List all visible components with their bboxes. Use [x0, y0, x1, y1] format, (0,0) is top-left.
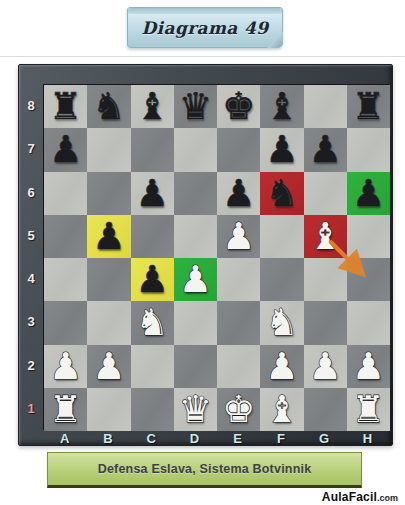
- black-pawn-c4: ♟: [131, 258, 174, 301]
- square-f1: ♝: [260, 388, 303, 431]
- white-pawn-g2: ♟: [304, 345, 347, 388]
- square-f2: ♟: [260, 345, 303, 388]
- caption-text: Defensa Eslava, Sistema Botvinnik: [98, 462, 312, 476]
- square-h3: [347, 301, 390, 344]
- black-pawn-f7: ♟: [260, 128, 303, 171]
- square-g2: ♟: [304, 345, 347, 388]
- black-pawn-b5: ♟: [87, 215, 130, 258]
- white-pawn-f2: ♟: [260, 345, 303, 388]
- file-labels: ABCDEFGH: [43, 430, 389, 447]
- white-pawn-a2: ♟: [44, 345, 87, 388]
- square-c7: [131, 128, 174, 171]
- square-h1: ♜: [347, 388, 390, 431]
- square-a7: ♟: [44, 128, 87, 171]
- diagram-title-banner: Diagrama 49: [127, 7, 283, 48]
- square-d6: [174, 172, 217, 215]
- square-b4: [87, 258, 130, 301]
- square-a8: ♜: [44, 85, 87, 128]
- black-knight-f6: ♞: [260, 172, 303, 215]
- watermark-name: AulaFacil: [322, 490, 377, 504]
- rank-label-3: 3: [19, 300, 43, 343]
- header-divider: [0, 56, 405, 57]
- black-rook-h8: ♜: [347, 85, 390, 128]
- square-b7: [87, 128, 130, 171]
- square-h5: [347, 215, 390, 258]
- square-g4: [304, 258, 347, 301]
- square-f5: [260, 215, 303, 258]
- rank-label-1: 1: [19, 387, 43, 430]
- square-a5: [44, 215, 87, 258]
- square-e4: [217, 258, 260, 301]
- rank-label-4: 4: [19, 257, 43, 300]
- black-bishop-f8: ♝: [260, 85, 303, 128]
- file-label-b: B: [86, 430, 129, 447]
- square-h2: ♟: [347, 345, 390, 388]
- square-b8: ♞: [87, 85, 130, 128]
- square-c6: ♟: [131, 172, 174, 215]
- white-bishop-f1: ♝: [260, 388, 303, 431]
- file-label-d: D: [173, 430, 216, 447]
- white-pawn-h2: ♟: [347, 345, 390, 388]
- square-c1: [131, 388, 174, 431]
- white-bishop-g5: ♝: [304, 215, 347, 258]
- square-a1: ♜: [44, 388, 87, 431]
- black-queen-d8: ♛: [174, 85, 217, 128]
- square-e1: ♚: [217, 388, 260, 431]
- square-d3: [174, 301, 217, 344]
- white-queen-d1: ♛: [174, 388, 217, 431]
- black-pawn-e6: ♟: [217, 172, 260, 215]
- square-g7: ♟: [304, 128, 347, 171]
- file-label-h: H: [346, 430, 389, 447]
- square-d4: ♟: [174, 258, 217, 301]
- white-pawn-d4: ♟: [174, 258, 217, 301]
- square-h7: [347, 128, 390, 171]
- white-knight-f3: ♞: [260, 301, 303, 344]
- black-pawn-g7: ♟: [304, 128, 347, 171]
- black-king-e8: ♚: [217, 85, 260, 128]
- rank-labels: 87654321: [19, 84, 43, 430]
- square-c2: [131, 345, 174, 388]
- page-curl-icon: [267, 32, 283, 48]
- caption-banner: Defensa Eslava, Sistema Botvinnik: [47, 452, 362, 488]
- square-g6: [304, 172, 347, 215]
- square-h4: [347, 258, 390, 301]
- square-g3: [304, 301, 347, 344]
- chess-board-frame: 87654321 ♜♞♝♛♚♝♜♟♟♟♟♟♞♟♟♟♝♟♟♞♞♟♟♟♟♟♜♛♚♝♜…: [18, 64, 393, 446]
- square-f7: ♟: [260, 128, 303, 171]
- square-c3: ♞: [131, 301, 174, 344]
- white-pawn-e5: ♟: [217, 215, 260, 258]
- square-b1: [87, 388, 130, 431]
- rank-label-2: 2: [19, 344, 43, 387]
- square-b6: [87, 172, 130, 215]
- square-e2: [217, 345, 260, 388]
- square-d8: ♛: [174, 85, 217, 128]
- square-a3: [44, 301, 87, 344]
- square-d1: ♛: [174, 388, 217, 431]
- square-b2: ♟: [87, 345, 130, 388]
- rank-label-8: 8: [19, 84, 43, 127]
- black-knight-b8: ♞: [87, 85, 130, 128]
- square-g5: ♝: [304, 215, 347, 258]
- square-a4: [44, 258, 87, 301]
- white-knight-c3: ♞: [131, 301, 174, 344]
- square-f4: [260, 258, 303, 301]
- file-label-c: C: [130, 430, 173, 447]
- square-g8: [304, 85, 347, 128]
- square-b5: ♟: [87, 215, 130, 258]
- square-h6: ♟: [347, 172, 390, 215]
- square-c4: ♟: [131, 258, 174, 301]
- square-c5: [131, 215, 174, 258]
- white-pawn-b2: ♟: [87, 345, 130, 388]
- rank-label-7: 7: [19, 127, 43, 170]
- square-g1: [304, 388, 347, 431]
- file-label-a: A: [43, 430, 86, 447]
- black-pawn-a7: ♟: [44, 128, 87, 171]
- white-rook-a1: ♜: [44, 388, 87, 431]
- square-a6: [44, 172, 87, 215]
- square-b3: [87, 301, 130, 344]
- square-e5: ♟: [217, 215, 260, 258]
- square-e8: ♚: [217, 85, 260, 128]
- black-pawn-c6: ♟: [131, 172, 174, 215]
- square-d5: [174, 215, 217, 258]
- square-f3: ♞: [260, 301, 303, 344]
- square-f6: ♞: [260, 172, 303, 215]
- black-rook-a8: ♜: [44, 85, 87, 128]
- square-e6: ♟: [217, 172, 260, 215]
- square-e3: [217, 301, 260, 344]
- square-e7: [217, 128, 260, 171]
- site-watermark: AulaFacil.com: [322, 487, 398, 505]
- square-d7: [174, 128, 217, 171]
- white-rook-h1: ♜: [347, 388, 390, 431]
- watermark-suffix: .com: [377, 493, 398, 503]
- page: Diagrama 49 87654321 ♜♞♝♛♚♝♜♟♟♟♟♟♞♟♟♟♝♟♟…: [0, 0, 405, 505]
- square-h8: ♜: [347, 85, 390, 128]
- rank-label-5: 5: [19, 214, 43, 257]
- square-a2: ♟: [44, 345, 87, 388]
- square-d2: [174, 345, 217, 388]
- chess-board: ♜♞♝♛♚♝♜♟♟♟♟♟♞♟♟♟♝♟♟♞♞♟♟♟♟♟♜♛♚♝♜: [43, 84, 389, 430]
- file-label-e: E: [216, 430, 259, 447]
- black-pawn-h6: ♟: [347, 172, 390, 215]
- square-c8: ♝: [131, 85, 174, 128]
- rank-label-6: 6: [19, 171, 43, 214]
- square-f8: ♝: [260, 85, 303, 128]
- black-bishop-c8: ♝: [131, 85, 174, 128]
- file-label-f: F: [259, 430, 302, 447]
- white-king-e1: ♚: [217, 388, 260, 431]
- file-label-g: G: [303, 430, 346, 447]
- diagram-title: Diagrama 49: [141, 18, 268, 38]
